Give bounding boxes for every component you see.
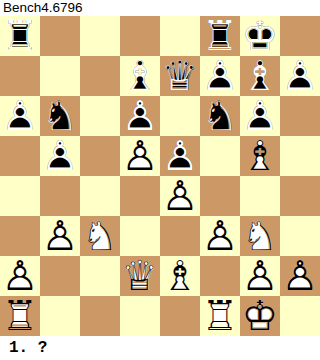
square-f6[interactable]: ♞ [200,96,240,136]
chess-app-window: Bench4.6796 ♜♜♚♝♛♟♝♟♟♞♟♞♟♟♙♟♗♙♙♘♙♘♙♕♗♙♙♖… [0,0,320,360]
square-g8[interactable]: ♚ [240,16,280,56]
white-pawn[interactable]: ♙ [160,176,200,216]
square-d7[interactable]: ♝ [120,56,160,96]
white-rook[interactable]: ♖ [0,296,40,336]
square-d6[interactable]: ♟ [120,96,160,136]
square-c7[interactable] [80,56,120,96]
square-a8[interactable]: ♜ [0,16,40,56]
white-pawn[interactable]: ♙ [200,216,240,256]
white-pawn[interactable]: ♙ [280,256,320,296]
white-bishop[interactable]: ♗ [240,136,280,176]
square-g7[interactable]: ♝ [240,56,280,96]
black-rook[interactable]: ♜ [200,16,240,56]
black-pawn[interactable]: ♟ [280,56,320,96]
square-e3[interactable] [160,216,200,256]
white-pawn[interactable]: ♙ [120,136,160,176]
square-d3[interactable] [120,216,160,256]
square-h3[interactable] [280,216,320,256]
white-king[interactable]: ♔ [240,296,280,336]
square-h8[interactable] [280,16,320,56]
square-c5[interactable] [80,136,120,176]
square-c4[interactable] [80,176,120,216]
square-b4[interactable] [40,176,80,216]
white-rook[interactable]: ♖ [200,296,240,336]
white-pawn[interactable]: ♙ [0,256,40,296]
white-knight[interactable]: ♘ [240,216,280,256]
square-f8[interactable]: ♜ [200,16,240,56]
white-pawn[interactable]: ♙ [40,216,80,256]
black-rook[interactable]: ♜ [0,16,40,56]
square-a6[interactable]: ♟ [0,96,40,136]
square-a1[interactable]: ♖ [0,296,40,336]
square-g5[interactable]: ♗ [240,136,280,176]
square-d8[interactable] [120,16,160,56]
black-pawn[interactable]: ♟ [0,96,40,136]
square-c2[interactable] [80,256,120,296]
square-b8[interactable] [40,16,80,56]
square-a3[interactable] [0,216,40,256]
square-f7[interactable]: ♟ [200,56,240,96]
black-queen[interactable]: ♛ [160,56,200,96]
white-knight[interactable]: ♘ [80,216,120,256]
black-bishop[interactable]: ♝ [240,56,280,96]
square-h6[interactable] [280,96,320,136]
square-h4[interactable] [280,176,320,216]
black-pawn[interactable]: ♟ [120,96,160,136]
square-c1[interactable] [80,296,120,336]
square-d4[interactable] [120,176,160,216]
square-d5[interactable]: ♙ [120,136,160,176]
window-title: Bench4.6796 [0,0,320,16]
square-f2[interactable] [200,256,240,296]
square-d2[interactable]: ♕ [120,256,160,296]
square-g3[interactable]: ♘ [240,216,280,256]
square-a7[interactable] [0,56,40,96]
black-bishop[interactable]: ♝ [120,56,160,96]
square-f3[interactable]: ♙ [200,216,240,256]
square-e6[interactable] [160,96,200,136]
square-b3[interactable]: ♙ [40,216,80,256]
square-e5[interactable]: ♟ [160,136,200,176]
black-king[interactable]: ♚ [240,16,280,56]
square-b2[interactable] [40,256,80,296]
white-bishop[interactable]: ♗ [160,256,200,296]
square-c3[interactable]: ♘ [80,216,120,256]
square-g4[interactable] [240,176,280,216]
square-e2[interactable]: ♗ [160,256,200,296]
square-b5[interactable]: ♟ [40,136,80,176]
square-h7[interactable]: ♟ [280,56,320,96]
square-e1[interactable] [160,296,200,336]
square-e4[interactable]: ♙ [160,176,200,216]
square-b7[interactable] [40,56,80,96]
square-d1[interactable] [120,296,160,336]
black-pawn[interactable]: ♟ [40,136,80,176]
square-g1[interactable]: ♔ [240,296,280,336]
square-h1[interactable] [280,296,320,336]
square-f4[interactable] [200,176,240,216]
black-pawn[interactable]: ♟ [160,136,200,176]
square-c8[interactable] [80,16,120,56]
black-pawn[interactable]: ♟ [200,56,240,96]
square-e8[interactable] [160,16,200,56]
square-b1[interactable] [40,296,80,336]
black-knight[interactable]: ♞ [40,96,80,136]
square-c6[interactable] [80,96,120,136]
square-f5[interactable] [200,136,240,176]
square-h5[interactable] [280,136,320,176]
square-h2[interactable]: ♙ [280,256,320,296]
white-pawn[interactable]: ♙ [240,256,280,296]
square-g2[interactable]: ♙ [240,256,280,296]
square-a4[interactable] [0,176,40,216]
white-queen[interactable]: ♕ [120,256,160,296]
black-knight[interactable]: ♞ [200,96,240,136]
square-g6[interactable]: ♟ [240,96,280,136]
square-b6[interactable]: ♞ [40,96,80,136]
square-a5[interactable] [0,136,40,176]
chess-board: ♜♜♚♝♛♟♝♟♟♞♟♞♟♟♙♟♗♙♙♘♙♘♙♕♗♙♙♖♖♔ [0,16,320,336]
square-e7[interactable]: ♛ [160,56,200,96]
square-f1[interactable]: ♖ [200,296,240,336]
move-prompt: 1. ? [0,336,320,360]
square-a2[interactable]: ♙ [0,256,40,296]
black-pawn[interactable]: ♟ [240,96,280,136]
